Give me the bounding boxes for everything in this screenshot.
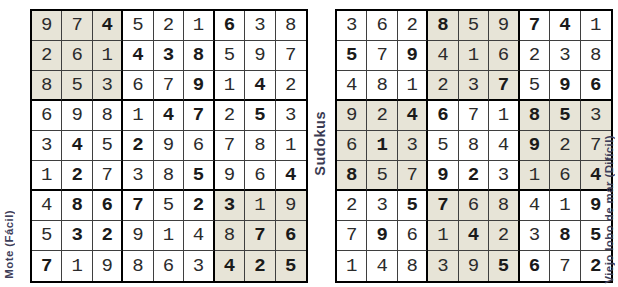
- sudoku-cell-r1c3: 4: [93, 11, 123, 41]
- sudoku-cell-r2c5: 1: [459, 41, 489, 71]
- sudoku-cell-r6c3: 7: [93, 161, 123, 191]
- sudoku-cell-r8c5: 4: [459, 221, 489, 251]
- sudoku-cell-r6c8: 6: [245, 161, 275, 191]
- sudoku-cell-r2c7: 5: [215, 41, 245, 71]
- sudoku-cell-r8c5: 1: [154, 221, 184, 251]
- sudoku-cell-r5c1: 3: [32, 131, 62, 161]
- sudoku-cell-r9c8: 2: [245, 251, 275, 281]
- sudoku-cell-r5c3: 3: [398, 131, 428, 161]
- sudoku-cell-r9c5: 9: [459, 251, 489, 281]
- sudoku-cell-r6c4: 9: [428, 161, 458, 191]
- sudoku-cell-r7c3: 5: [398, 191, 428, 221]
- sudoku-solutions-page: Mote (Fácil) 974521638261438597853679142…: [0, 0, 618, 287]
- sudoku-cell-r3c2: 8: [367, 71, 397, 101]
- sudoku-cell-r4c3: 8: [93, 101, 123, 131]
- sudoku-cell-r2c8: 3: [550, 41, 580, 71]
- sudoku-cell-r5c8: 2: [550, 131, 580, 161]
- sudoku-cell-r5c7: 9: [520, 131, 550, 161]
- sudoku-cell-r2c3: 9: [398, 41, 428, 71]
- sudoku-cell-r2c6: 6: [489, 41, 519, 71]
- sudoku-cell-r2c4: 4: [428, 41, 458, 71]
- right-grid-label: Viejo lobo de mar (Difícil): [603, 135, 615, 284]
- sudoku-cell-r4c8: 5: [550, 101, 580, 131]
- sudoku-cell-r5c8: 8: [245, 131, 275, 161]
- sudoku-cell-r5c5: 8: [459, 131, 489, 161]
- sudoku-cell-r7c3: 6: [93, 191, 123, 221]
- sudoku-cell-r1c1: 3: [337, 11, 367, 41]
- sudoku-cell-r8c6: 4: [184, 221, 214, 251]
- sudoku-cell-r4c3: 4: [398, 101, 428, 131]
- sudoku-cell-r9c1: 1: [337, 251, 367, 281]
- sudoku-cell-r3c9: 2: [276, 71, 306, 101]
- sudoku-cell-r3c5: 3: [459, 71, 489, 101]
- sudoku-cell-r4c6: 1: [489, 101, 519, 131]
- sudoku-cell-r6c9: 4: [276, 161, 306, 191]
- sudoku-cell-r4c9: 3: [581, 101, 611, 131]
- sudoku-cell-r3c4: 6: [123, 71, 153, 101]
- sudoku-cell-r4c5: 4: [154, 101, 184, 131]
- sudoku-cell-r6c1: 8: [337, 161, 367, 191]
- sudoku-cell-r2c6: 8: [184, 41, 214, 71]
- sudoku-cell-r1c7: 7: [520, 11, 550, 41]
- sudoku-cell-r8c3: 2: [93, 221, 123, 251]
- sudoku-cell-r6c8: 6: [550, 161, 580, 191]
- sudoku-cell-r7c4: 7: [123, 191, 153, 221]
- sudoku-cell-r7c2: 3: [367, 191, 397, 221]
- sudoku-cell-r1c3: 2: [398, 11, 428, 41]
- sudoku-cell-r3c6: 9: [184, 71, 214, 101]
- sudoku-cell-r8c6: 2: [489, 221, 519, 251]
- sudoku-cell-r4c2: 2: [367, 101, 397, 131]
- sudoku-cell-r4c9: 3: [276, 101, 306, 131]
- sudoku-cell-r5c2: 1: [367, 131, 397, 161]
- sudoku-cell-r7c5: 5: [154, 191, 184, 221]
- sudoku-cell-r3c3: 1: [398, 71, 428, 101]
- sudoku-cell-r7c9: 9: [276, 191, 306, 221]
- sudoku-cell-r1c1: 9: [32, 11, 62, 41]
- sudoku-cell-r3c8: 9: [550, 71, 580, 101]
- sudoku-cell-r2c9: 7: [276, 41, 306, 71]
- sudoku-cell-r6c2: 2: [62, 161, 92, 191]
- sudoku-cell-r8c9: 6: [276, 221, 306, 251]
- sudoku-cell-r4c6: 7: [184, 101, 214, 131]
- sudoku-cell-r1c9: 8: [276, 11, 306, 41]
- sudoku-cell-r4c8: 5: [245, 101, 275, 131]
- sudoku-cell-r5c3: 5: [93, 131, 123, 161]
- sudoku-cell-r2c4: 4: [123, 41, 153, 71]
- sudoku-cell-r7c8: 1: [245, 191, 275, 221]
- sudoku-cell-r9c4: 3: [428, 251, 458, 281]
- sudoku-cell-r9c8: 7: [550, 251, 580, 281]
- sudoku-cell-r4c7: 2: [215, 101, 245, 131]
- sudoku-cell-r9c3: 9: [93, 251, 123, 281]
- sudoku-cell-r5c5: 9: [154, 131, 184, 161]
- sudoku-cell-r6c7: 1: [520, 161, 550, 191]
- sudoku-cell-r2c5: 3: [154, 41, 184, 71]
- sudoku-cell-r8c8: 8: [550, 221, 580, 251]
- sudoku-cell-r7c1: 4: [32, 191, 62, 221]
- sudoku-cell-r5c6: 6: [184, 131, 214, 161]
- sudoku-cell-r7c5: 6: [459, 191, 489, 221]
- sudoku-cell-r8c7: 3: [520, 221, 550, 251]
- sudoku-cell-r3c1: 4: [337, 71, 367, 101]
- sudoku-cell-r5c9: 1: [276, 131, 306, 161]
- sudoku-cell-r6c5: 8: [154, 161, 184, 191]
- sudoku-cell-r8c2: 3: [62, 221, 92, 251]
- sudoku-cell-r7c1: 2: [337, 191, 367, 221]
- sudoku-cell-r6c7: 9: [215, 161, 245, 191]
- sudoku-cell-r8c4: 9: [123, 221, 153, 251]
- sudoku-cell-r1c5: 2: [154, 11, 184, 41]
- sudoku-cell-r6c5: 2: [459, 161, 489, 191]
- sudoku-cell-r9c7: 6: [520, 251, 550, 281]
- sudoku-grid-viejo-lobo-de-mar: 3628597415794162384812375969246718536135…: [335, 9, 613, 283]
- sudoku-grid-mote: 9745216382614385978536791426981472533452…: [30, 9, 308, 283]
- sudoku-cell-r8c1: 5: [32, 221, 62, 251]
- sudoku-cell-r4c4: 6: [428, 101, 458, 131]
- sudoku-cell-r9c7: 4: [215, 251, 245, 281]
- sudoku-cell-r6c6: 5: [184, 161, 214, 191]
- sudoku-cell-r8c2: 9: [367, 221, 397, 251]
- sudoku-cell-r3c7: 5: [520, 71, 550, 101]
- sudoku-cell-r2c8: 9: [245, 41, 275, 71]
- sudoku-cell-r3c8: 4: [245, 71, 275, 101]
- sudoku-cell-r1c6: 1: [184, 11, 214, 41]
- sudoku-cell-r6c4: 3: [123, 161, 153, 191]
- sudoku-cell-r1c9: 1: [581, 11, 611, 41]
- sudoku-cell-r3c6: 7: [489, 71, 519, 101]
- sudoku-cell-r7c8: 1: [550, 191, 580, 221]
- sudoku-cell-r2c3: 1: [93, 41, 123, 71]
- sudoku-cell-r7c4: 7: [428, 191, 458, 221]
- sudoku-cell-r1c4: 5: [123, 11, 153, 41]
- sudoku-cell-r1c4: 8: [428, 11, 458, 41]
- sudoku-cell-r7c6: 8: [489, 191, 519, 221]
- sudoku-cell-r9c6: 5: [489, 251, 519, 281]
- sudoku-cell-r8c3: 6: [398, 221, 428, 251]
- sudoku-cell-r3c4: 2: [428, 71, 458, 101]
- sudoku-cell-r5c2: 4: [62, 131, 92, 161]
- sudoku-cell-r8c1: 7: [337, 221, 367, 251]
- sudoku-cell-r7c7: 4: [520, 191, 550, 221]
- sudoku-cell-r6c6: 3: [489, 161, 519, 191]
- sudoku-cell-r4c1: 6: [32, 101, 62, 131]
- sudoku-cell-r1c8: 3: [245, 11, 275, 41]
- sudoku-cell-r6c3: 7: [398, 161, 428, 191]
- center-title-wrap: Sudokus: [306, 0, 334, 287]
- sudoku-cell-r4c1: 9: [337, 101, 367, 131]
- sudoku-cell-r7c7: 3: [215, 191, 245, 221]
- sudoku-cell-r9c2: 1: [62, 251, 92, 281]
- sudoku-cell-r7c2: 8: [62, 191, 92, 221]
- sudoku-cell-r2c2: 7: [367, 41, 397, 71]
- sudoku-cell-r2c9: 8: [581, 41, 611, 71]
- sudoku-cell-r3c7: 1: [215, 71, 245, 101]
- sudoku-cell-r4c2: 9: [62, 101, 92, 131]
- sudoku-cell-r6c1: 1: [32, 161, 62, 191]
- sudoku-cell-r1c6: 9: [489, 11, 519, 41]
- sudoku-cell-r5c4: 5: [428, 131, 458, 161]
- sudoku-cell-r8c4: 1: [428, 221, 458, 251]
- sudoku-cell-r9c2: 4: [367, 251, 397, 281]
- sudoku-cell-r6c2: 5: [367, 161, 397, 191]
- sudoku-cell-r9c6: 3: [184, 251, 214, 281]
- sudoku-cell-r3c2: 5: [62, 71, 92, 101]
- sudoku-cell-r1c2: 7: [62, 11, 92, 41]
- sudoku-cell-r5c1: 6: [337, 131, 367, 161]
- sudoku-cell-r8c7: 8: [215, 221, 245, 251]
- sudoku-cell-r2c1: 2: [32, 41, 62, 71]
- sudoku-cell-r1c8: 4: [550, 11, 580, 41]
- page-title: Sudokus: [312, 111, 328, 176]
- sudoku-cell-r9c3: 8: [398, 251, 428, 281]
- sudoku-cell-r9c1: 7: [32, 251, 62, 281]
- sudoku-cell-r5c4: 2: [123, 131, 153, 161]
- sudoku-cell-r9c9: 5: [276, 251, 306, 281]
- sudoku-cell-r8c8: 7: [245, 221, 275, 251]
- sudoku-cell-r5c7: 7: [215, 131, 245, 161]
- sudoku-cell-r4c7: 8: [520, 101, 550, 131]
- sudoku-cell-r5c6: 4: [489, 131, 519, 161]
- sudoku-cell-r4c5: 7: [459, 101, 489, 131]
- sudoku-cell-r2c1: 5: [337, 41, 367, 71]
- sudoku-cell-r9c5: 6: [154, 251, 184, 281]
- sudoku-cell-r1c2: 6: [367, 11, 397, 41]
- sudoku-cell-r9c4: 8: [123, 251, 153, 281]
- sudoku-cell-r3c1: 8: [32, 71, 62, 101]
- left-grid-label: Mote (Fácil): [3, 210, 15, 279]
- sudoku-cell-r1c7: 6: [215, 11, 245, 41]
- sudoku-cell-r3c3: 3: [93, 71, 123, 101]
- sudoku-cell-r1c5: 5: [459, 11, 489, 41]
- sudoku-cell-r4c4: 1: [123, 101, 153, 131]
- sudoku-cell-r3c5: 7: [154, 71, 184, 101]
- sudoku-cell-r3c9: 6: [581, 71, 611, 101]
- sudoku-cell-r2c2: 6: [62, 41, 92, 71]
- sudoku-cell-r7c6: 2: [184, 191, 214, 221]
- sudoku-cell-r2c7: 2: [520, 41, 550, 71]
